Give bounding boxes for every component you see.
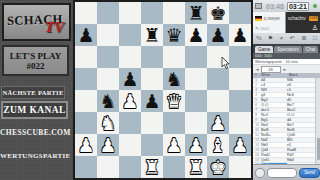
square-c7[interactable]: [119, 24, 141, 46]
square-b7[interactable]: [97, 24, 119, 46]
rating-badge: 1688: [309, 16, 318, 21]
lets-play-box: LET'S PLAY #022: [2, 45, 69, 76]
black-move[interactable]: d4: [287, 118, 313, 122]
black-piece[interactable]: ♟: [231, 24, 248, 46]
send-button[interactable]: Send: [299, 168, 320, 178]
black-piece[interactable]: ♟: [209, 24, 226, 46]
square-h3[interactable]: [229, 112, 251, 134]
square-b8[interactable]: [97, 2, 119, 24]
black-piece[interactable]: ♛: [165, 24, 182, 46]
black-piece[interactable]: ♟: [77, 24, 94, 46]
black-player-name: schachtv: [288, 16, 306, 21]
game-panel: 03:48 03:21 c.meyer ✎ 1642 schachtv 1688: [253, 0, 320, 180]
black-move[interactable]: Bxc5: [287, 108, 313, 112]
square-b5[interactable]: [97, 68, 119, 90]
square-f4[interactable]: [185, 90, 207, 112]
settings-icon[interactable]: ⚙: [301, 34, 306, 43]
naechste-partie-label: NÄCHSTE PARTIE: [1, 86, 65, 99]
white-piece[interactable]: ♜: [187, 156, 204, 178]
move-number: 8: [253, 113, 261, 117]
move-list-scrollbar[interactable]: [315, 78, 320, 164]
black-move[interactable]: Be7: [287, 103, 313, 107]
move-number: 17: [253, 158, 261, 162]
black-move[interactable]: Nb4: [287, 158, 313, 162]
chesscube-label: CHESSCUBE.COM: [0, 128, 70, 137]
wertungspartie-label: WERTUNGSPARTIE: [0, 152, 70, 160]
white-move[interactable]: Nf3: [261, 88, 287, 92]
black-move[interactable]: Bf5: [287, 138, 313, 142]
square-g7[interactable]: ♟: [207, 24, 229, 46]
white-move[interactable]: Nc3: [261, 113, 287, 117]
square-h1[interactable]: [229, 156, 251, 178]
square-e8[interactable]: [163, 2, 185, 24]
black-move[interactable]: Bxf6: [287, 128, 313, 132]
white-piece[interactable]: ♟: [77, 134, 94, 156]
move-number: 9: [253, 118, 261, 122]
square-b2[interactable]: ♟: [97, 134, 119, 156]
black-move[interactable]: Be7: [287, 123, 313, 127]
chat-bar: Send: [253, 164, 320, 180]
square-b1[interactable]: [97, 156, 119, 178]
webcam-icon[interactable]: [255, 3, 262, 9]
zum-kanal-label: ZUM KANAL: [1, 101, 68, 119]
white-piece[interactable]: ♟: [99, 134, 116, 156]
resign-icon[interactable]: ⚑: [268, 34, 273, 43]
white-piece[interactable]: ♟: [187, 134, 204, 156]
move-number: 4: [253, 93, 261, 97]
black-move[interactable]: e6: [287, 83, 313, 87]
offer-draw-icon[interactable]: ½: [256, 34, 261, 43]
square-h4[interactable]: [229, 90, 251, 112]
white-pawn-icon: ♙: [312, 24, 318, 32]
black-move[interactable]: Rd7: [287, 153, 313, 157]
square-c4[interactable]: ♟: [119, 90, 141, 112]
black-piece[interactable]: ♜: [143, 24, 160, 46]
move-number: 12: [253, 133, 261, 137]
move-number: 10: [253, 123, 261, 127]
black-piece[interactable]: ♜: [187, 2, 204, 24]
white-piece[interactable]: ♟: [165, 134, 182, 156]
move-list[interactable]: 1d4Nf62c4e63Nf3c54g3Nc65Bg2d56O-OBe77dxc…: [253, 78, 315, 164]
black-piece[interactable]: ♚: [209, 2, 226, 24]
square-c6[interactable]: [119, 46, 141, 68]
square-e4[interactable]: ♛: [163, 90, 185, 112]
white-player-rating: 1642: [260, 26, 269, 31]
sidebar: SCHACH TV LET'S PLAY #022 NÄCHSTE PARTIE…: [0, 0, 73, 180]
white-move[interactable]: g3: [261, 93, 287, 97]
mouse-cursor-icon: [221, 57, 229, 69]
tab-spectators[interactable]: Spectators: [274, 46, 302, 53]
square-f2[interactable]: ♟: [185, 134, 207, 156]
germany-flag-icon: [255, 16, 262, 21]
expand-icon[interactable]: □: [313, 34, 317, 43]
square-a2[interactable]: ♟: [75, 134, 97, 156]
white-move[interactable]: Rad1: [261, 153, 287, 157]
square-c2[interactable]: [119, 134, 141, 156]
white-move[interactable]: Bxf6: [261, 128, 287, 132]
white-piece[interactable]: ♟: [231, 134, 248, 156]
black-piece[interactable]: ♞: [165, 68, 182, 90]
square-a3[interactable]: [75, 112, 97, 134]
square-h8[interactable]: [229, 2, 251, 24]
square-g5[interactable]: [207, 68, 229, 90]
next-move-icon[interactable]: ▸: [284, 66, 287, 72]
white-move[interactable]: d4: [261, 78, 287, 82]
white-move[interactable]: Nd2: [261, 138, 287, 142]
edit-icon[interactable]: ✎: [255, 26, 259, 31]
square-f7[interactable]: ♟: [185, 24, 207, 46]
square-h2[interactable]: ♟: [229, 134, 251, 156]
move-number: 11: [253, 128, 261, 132]
black-move[interactable]: d5: [287, 98, 313, 102]
tab-chat[interactable]: Chat: [303, 46, 319, 53]
black-move[interactable]: O-O: [287, 113, 313, 117]
move-number: 3: [253, 88, 261, 92]
move-number-box[interactable]: 18: [261, 66, 281, 73]
white-player-cell[interactable]: c.meyer ✎ 1642: [253, 12, 286, 33]
square-f3[interactable]: [185, 112, 207, 134]
chess-board[interactable]: ♜♚♟♜♛♟♟♟♟♞♞♟♟♛♞♟♟♟♟♟♝♟♜♜♚: [75, 2, 251, 178]
black-piece[interactable]: ♟: [143, 90, 160, 112]
chat-input[interactable]: [267, 168, 297, 178]
square-e2[interactable]: ♟: [163, 134, 185, 156]
video-frame: SCHACH TV LET'S PLAY #022 NÄCHSTE PARTIE…: [0, 0, 320, 180]
panel-tabs: GameSpectatorsChat: [253, 44, 320, 53]
white-move[interactable]: Qxf5: [261, 158, 287, 162]
square-e6[interactable]: [163, 46, 185, 68]
square-a8[interactable]: [75, 2, 97, 24]
logo-text-tv: TV: [45, 19, 64, 36]
white-piece[interactable]: ♝: [209, 134, 226, 156]
square-h7[interactable]: ♟: [229, 24, 251, 46]
black-piece[interactable]: ♟: [187, 24, 204, 46]
square-g4[interactable]: [207, 90, 229, 112]
square-a4[interactable]: [75, 90, 97, 112]
emoticon-icon[interactable]: [255, 168, 265, 178]
square-e5[interactable]: ♞: [163, 68, 185, 90]
white-piece[interactable]: ♜: [143, 156, 160, 178]
white-player-name: c.meyer: [264, 16, 280, 21]
move-number: 7: [253, 108, 261, 112]
white-move[interactable]: Bg2: [261, 98, 287, 102]
tab-game[interactable]: Game: [255, 46, 273, 53]
square-d4[interactable]: ♟: [141, 90, 163, 112]
square-a6[interactable]: [75, 46, 97, 68]
player-cells: c.meyer ✎ 1642 schachtv 1688 ♙: [253, 12, 320, 33]
black-move[interactable]: Qxf6: [287, 133, 313, 137]
square-f6[interactable]: [185, 46, 207, 68]
square-g1[interactable]: ♚: [207, 156, 229, 178]
square-b6[interactable]: [97, 46, 119, 68]
white-move[interactable]: Qd3: [261, 148, 287, 152]
black-move[interactable]: Nc6: [287, 93, 313, 97]
square-c3[interactable]: [119, 112, 141, 134]
square-d8[interactable]: [141, 2, 163, 24]
abort-icon[interactable]: ×: [280, 34, 284, 43]
square-d1[interactable]: ♜: [141, 156, 163, 178]
white-move[interactable]: Nxf6+: [261, 133, 287, 137]
black-move[interactable]: Nf6: [287, 78, 313, 82]
square-g3[interactable]: ♟: [207, 112, 229, 134]
square-g8[interactable]: ♚: [207, 2, 229, 24]
square-c8[interactable]: [119, 2, 141, 24]
square-d7[interactable]: ♜: [141, 24, 163, 46]
white-piece[interactable]: ♟: [121, 90, 138, 112]
square-b3[interactable]: ♞: [97, 112, 119, 134]
white-piece[interactable]: ♛: [165, 90, 182, 112]
square-d3[interactable]: [141, 112, 163, 134]
square-h5[interactable]: [229, 68, 251, 90]
move-number: 2: [253, 83, 261, 87]
square-f5[interactable]: [185, 68, 207, 90]
online-status-icon: [313, 4, 317, 8]
square-b4[interactable]: ♞: [97, 90, 119, 112]
white-move[interactable]: c4: [261, 83, 287, 87]
lets-play-line2: #022: [27, 61, 45, 71]
white-piece[interactable]: ♞: [99, 112, 116, 134]
black-move[interactable]: c5: [287, 88, 313, 92]
square-a7[interactable]: ♟: [75, 24, 97, 46]
square-e3[interactable]: [163, 112, 185, 134]
square-c5[interactable]: ♟: [119, 68, 141, 90]
black-piece[interactable]: ♞: [99, 90, 116, 112]
square-a1[interactable]: [75, 156, 97, 178]
white-piece[interactable]: ♚: [209, 156, 226, 178]
white-move[interactable]: Bg5: [261, 118, 287, 122]
white-clock: 03:48: [266, 3, 284, 10]
move-number: 15: [253, 148, 261, 152]
white-move[interactable]: Nb3: [261, 143, 287, 147]
black-move[interactable]: e5: [287, 143, 313, 147]
black-player-cell[interactable]: schachtv 1688 ♙: [286, 12, 320, 33]
square-g2[interactable]: ♝: [207, 134, 229, 156]
prev-move-icon[interactable]: ◂: [256, 66, 259, 72]
white-move[interactable]: Ne4: [261, 123, 287, 127]
white-move[interactable]: O-O: [261, 103, 287, 107]
square-e7[interactable]: ♛: [163, 24, 185, 46]
move-number: 6: [253, 103, 261, 107]
move-number: 1: [253, 78, 261, 82]
move-number: 13: [253, 138, 261, 142]
move-number: 5: [253, 98, 261, 102]
black-piece[interactable]: ♟: [121, 68, 138, 90]
move-number: 16: [253, 153, 261, 157]
move-number: 14: [253, 143, 261, 147]
black-clock: 03:21: [287, 2, 309, 11]
schachtv-logo: SCHACH TV: [2, 3, 71, 41]
square-d6[interactable]: [141, 46, 163, 68]
square-d5[interactable]: [141, 68, 163, 90]
square-d2[interactable]: [141, 134, 163, 156]
white-piece[interactable]: ♟: [209, 112, 226, 134]
square-h6[interactable]: [229, 46, 251, 68]
takeback-icon[interactable]: ↶: [290, 34, 295, 43]
white-move[interactable]: dxc5: [261, 108, 287, 112]
square-c1[interactable]: [119, 156, 141, 178]
square-f8[interactable]: ♜: [185, 2, 207, 24]
square-a5[interactable]: [75, 68, 97, 90]
square-f1[interactable]: ♜: [185, 156, 207, 178]
square-e1[interactable]: [163, 156, 185, 178]
lets-play-line1: LET'S PLAY: [10, 51, 61, 61]
black-move[interactable]: Rad8: [287, 148, 313, 152]
